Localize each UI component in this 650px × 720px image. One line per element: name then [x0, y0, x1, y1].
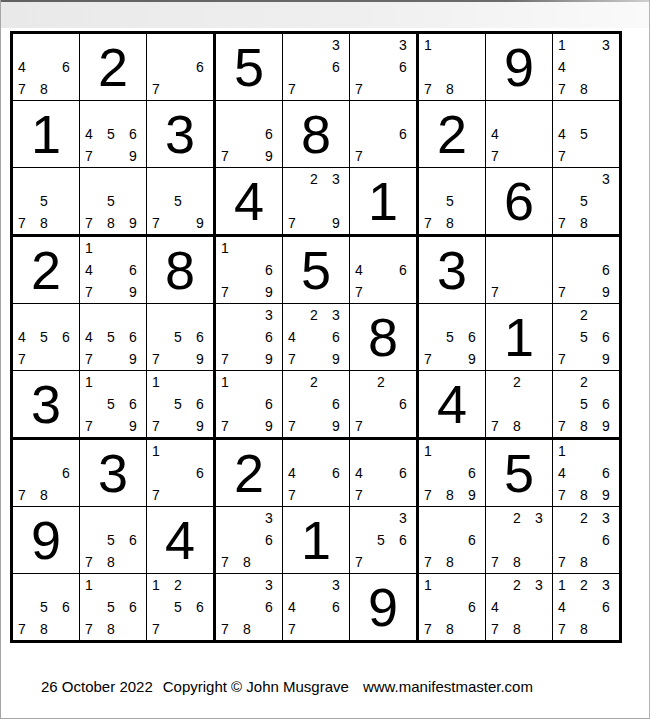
cell-r5c8[interactable]: 1: [486, 304, 553, 371]
pencil-slot-empty: [102, 281, 124, 303]
pencil-slot-empty: [238, 281, 260, 303]
pencil-slot-empty: [372, 415, 394, 437]
pencil-slot-empty: [13, 34, 35, 56]
pencil-mark: 1: [553, 440, 575, 462]
pencil-slot-empty: [372, 507, 394, 529]
pencil-slot-empty: [553, 190, 575, 212]
pencil-marks: 167: [147, 440, 213, 506]
cell-value: 5: [216, 34, 282, 100]
cell-r9c7[interactable]: 1678: [419, 574, 486, 640]
cell-value: 9: [486, 34, 552, 100]
pencil-marks: 15678: [80, 574, 146, 640]
pencil-slot-empty: [216, 393, 238, 415]
cell-r1c9[interactable]: 13478: [553, 34, 619, 101]
pencil-mark: 7: [147, 78, 169, 100]
cell-r7c2[interactable]: 3: [80, 440, 147, 507]
pencil-mark: 8: [441, 78, 463, 100]
pencil-marks: 579: [147, 168, 213, 234]
pencil-mark: 7: [283, 415, 305, 437]
pencil-mark: 7: [553, 484, 575, 506]
pencil-marks: 679: [216, 101, 282, 167]
pencil-slot-empty: [530, 123, 552, 145]
cell-r5c5[interactable]: 234679: [283, 304, 350, 371]
cell-r3c9[interactable]: 3578: [553, 168, 619, 237]
pencil-mark: 6: [260, 123, 282, 145]
cell-r2c6[interactable]: 67: [350, 101, 419, 168]
pencil-slot-empty: [553, 101, 575, 123]
pencil-mark: 6: [327, 56, 349, 78]
cell-r9c6[interactable]: 9: [350, 574, 419, 640]
cell-r4c6[interactable]: 467: [350, 237, 419, 304]
pencil-mark: 6: [191, 56, 213, 78]
pencil-slot-empty: [350, 34, 372, 56]
pencil-slot-empty: [350, 123, 372, 145]
pencil-slot-empty: [57, 78, 79, 100]
pencil-slot-empty: [530, 551, 552, 573]
pencil-mark: 6: [394, 393, 416, 415]
pencil-mark: 7: [283, 212, 305, 234]
pencil-slot-empty: [372, 484, 394, 506]
pencil-mark: 7: [486, 618, 508, 640]
pencil-slot-empty: [238, 371, 260, 393]
pencil-slot-empty: [80, 596, 102, 618]
pencil-slot-empty: [169, 484, 191, 506]
pencil-slot-empty: [441, 440, 463, 462]
cell-r8c6[interactable]: 3567: [350, 507, 419, 574]
cell-r6c2[interactable]: 15679: [80, 371, 147, 440]
cell-r6c1[interactable]: 3: [13, 371, 80, 440]
cell-r6c9[interactable]: 256789: [553, 371, 619, 440]
pencil-slot-empty: [419, 56, 441, 78]
cell-r1c4[interactable]: 5: [216, 34, 283, 101]
cell-r4c1[interactable]: 2: [13, 237, 80, 304]
cell-r4c9[interactable]: 679: [553, 237, 619, 304]
pencil-mark: 1: [147, 440, 169, 462]
pencil-slot-empty: [169, 415, 191, 437]
pencil-slot-empty: [441, 168, 463, 190]
cell-r3c7[interactable]: 578: [419, 168, 486, 237]
pencil-slot-empty: [191, 34, 213, 56]
cell-r2c9[interactable]: 457: [553, 101, 619, 168]
cell-r9c5[interactable]: 3467: [283, 574, 350, 640]
pencil-marks: 14679: [80, 237, 146, 303]
pencil-mark: 9: [191, 348, 213, 370]
pencil-mark: 6: [260, 326, 282, 348]
pencil-slot-empty: [216, 529, 238, 551]
cell-value: 3: [419, 237, 485, 303]
cell-r4c4[interactable]: 1679: [216, 237, 283, 304]
cell-r1c2[interactable]: 2: [80, 34, 147, 101]
pencil-slot-empty: [238, 348, 260, 370]
pencil-marks: 23478: [486, 574, 552, 640]
pencil-slot-empty: [327, 371, 349, 393]
cell-r7c5[interactable]: 467: [283, 440, 350, 507]
pencil-slot-empty: [575, 462, 597, 484]
pencil-mark: 9: [124, 415, 146, 437]
pencil-slot-empty: [191, 78, 213, 100]
cell-r8c3[interactable]: 4: [147, 507, 216, 574]
pencil-slot-empty: [327, 78, 349, 100]
cell-r2c7[interactable]: 2: [419, 101, 486, 168]
pencil-mark: 6: [124, 596, 146, 618]
pencil-mark: 7: [80, 212, 102, 234]
pencil-mark: 1: [80, 574, 102, 596]
pencil-slot-empty: [260, 618, 282, 640]
cell-r3c3[interactable]: 579: [147, 168, 216, 237]
cell-r9c2[interactable]: 15678: [80, 574, 147, 640]
cell-r1c3[interactable]: 67: [147, 34, 216, 101]
pencil-marks: 678: [419, 507, 485, 573]
pencil-slot-empty: [260, 237, 282, 259]
cell-value: 2: [80, 34, 146, 100]
pencil-mark: 1: [147, 371, 169, 393]
pencil-mark: 6: [124, 529, 146, 551]
cell-r7c1[interactable]: 678: [13, 440, 80, 507]
pencil-mark: 6: [124, 259, 146, 281]
cell-r3c2[interactable]: 5789: [80, 168, 147, 237]
pencil-slot-empty: [102, 101, 124, 123]
pencil-slot-empty: [216, 259, 238, 281]
pencil-mark: 7: [147, 348, 169, 370]
pencil-mark: 5: [102, 123, 124, 145]
pencil-marks: 15679: [80, 371, 146, 437]
pencil-slot-empty: [350, 507, 372, 529]
pencil-slot-empty: [372, 440, 394, 462]
cell-r2c8[interactable]: 47: [486, 101, 553, 168]
pencil-mark: 6: [463, 529, 485, 551]
pencil-slot-empty: [486, 507, 508, 529]
cell-r8c7[interactable]: 678: [419, 507, 486, 574]
pencil-mark: 4: [13, 326, 35, 348]
cell-r5c7[interactable]: 5679: [419, 304, 486, 371]
pencil-slot-empty: [305, 348, 327, 370]
cell-r7c6[interactable]: 467: [350, 440, 419, 507]
pencil-mark: 7: [350, 484, 372, 506]
pencil-mark: 3: [327, 34, 349, 56]
cell-r7c3[interactable]: 167: [147, 440, 216, 507]
pencil-slot-empty: [216, 326, 238, 348]
pencil-slot-empty: [216, 123, 238, 145]
pencil-mark: 8: [575, 78, 597, 100]
pencil-slot-empty: [350, 101, 372, 123]
pencil-mark: 6: [463, 326, 485, 348]
pencil-slot-empty: [372, 281, 394, 303]
pencil-marks: 367: [350, 34, 416, 100]
pencil-mark: 9: [260, 281, 282, 303]
cell-r6c8[interactable]: 278: [486, 371, 553, 440]
pencil-mark: 3: [530, 507, 552, 529]
pencil-marks: 256789: [553, 371, 619, 437]
pencil-slot-empty: [191, 190, 213, 212]
pencil-slot-empty: [283, 440, 305, 462]
cell-value: 8: [147, 237, 213, 303]
pencil-slot-empty: [147, 34, 169, 56]
pencil-marks: 267: [350, 371, 416, 437]
pencil-slot-empty: [283, 304, 305, 326]
pencil-slot-empty: [597, 101, 619, 123]
cell-r3c5[interactable]: 2379: [283, 168, 350, 237]
pencil-slot-empty: [35, 574, 57, 596]
cell-r3c8[interactable]: 6: [486, 168, 553, 237]
pencil-mark: 6: [124, 123, 146, 145]
pencil-slot-empty: [394, 415, 416, 437]
cell-r5c4[interactable]: 3679: [216, 304, 283, 371]
pencil-slot-empty: [169, 462, 191, 484]
pencil-mark: 6: [597, 326, 619, 348]
pencil-slot-empty: [124, 551, 146, 573]
cell-r6c5[interactable]: 2679: [283, 371, 350, 440]
pencil-slot-empty: [394, 484, 416, 506]
pencil-marks: 7: [486, 237, 552, 303]
cell-r4c5[interactable]: 5: [283, 237, 350, 304]
pencil-slot-empty: [350, 371, 372, 393]
cell-r9c3[interactable]: 12567: [147, 574, 216, 640]
pencil-slot-empty: [530, 371, 552, 393]
pencil-marks: 367: [283, 34, 349, 100]
pencil-slot-empty: [463, 78, 485, 100]
pencil-slot-empty: [508, 596, 530, 618]
pencil-mark: 2: [575, 507, 597, 529]
cell-r2c3[interactable]: 3: [147, 101, 216, 168]
pencil-marks: 278: [486, 371, 552, 437]
pencil-mark: 1: [419, 440, 441, 462]
pencil-slot-empty: [597, 304, 619, 326]
pencil-slot-empty: [305, 484, 327, 506]
cell-r7c8[interactable]: 5: [486, 440, 553, 507]
pencil-marks: 5679: [419, 304, 485, 370]
cell-r9c8[interactable]: 23478: [486, 574, 553, 640]
pencil-mark: 7: [147, 618, 169, 640]
pencil-slot-empty: [441, 56, 463, 78]
pencil-slot-empty: [486, 393, 508, 415]
pencil-slot-empty: [102, 507, 124, 529]
pencil-slot-empty: [13, 304, 35, 326]
pencil-slot-empty: [35, 348, 57, 370]
cell-r5c6[interactable]: 8: [350, 304, 419, 371]
pencil-slot-empty: [124, 507, 146, 529]
pencil-mark: 4: [553, 596, 575, 618]
pencil-slot-empty: [147, 462, 169, 484]
pencil-slot-empty: [13, 440, 35, 462]
pencil-slot-empty: [530, 393, 552, 415]
pencil-marks: 467: [283, 440, 349, 506]
pencil-mark: 7: [80, 618, 102, 640]
cell-r8c4[interactable]: 3678: [216, 507, 283, 574]
pencil-mark: 7: [553, 281, 575, 303]
pencil-mark: 3: [394, 34, 416, 56]
cell-r4c2[interactable]: 14679: [80, 237, 147, 304]
pencil-mark: 5: [102, 326, 124, 348]
pencil-slot-empty: [169, 78, 191, 100]
pencil-marks: 3567: [350, 507, 416, 573]
footer-date: 26 October 2022: [41, 678, 153, 695]
cell-r5c3[interactable]: 5679: [147, 304, 216, 371]
pencil-mark: 1: [553, 574, 575, 596]
pencil-marks: 4567: [13, 304, 79, 370]
pencil-slot-empty: [394, 371, 416, 393]
cell-value: 2: [419, 101, 485, 167]
pencil-mark: 9: [597, 415, 619, 437]
pencil-marks: 467: [350, 237, 416, 303]
cell-r8c8[interactable]: 2378: [486, 507, 553, 574]
footer-copyright: Copyright © John Musgrave: [163, 678, 349, 695]
cell-value: 2: [13, 237, 79, 303]
pencil-mark: 5: [102, 596, 124, 618]
pencil-mark: 6: [327, 596, 349, 618]
cell-r6c3[interactable]: 15679: [147, 371, 216, 440]
pencil-slot-empty: [191, 574, 213, 596]
pencil-slot-empty: [35, 56, 57, 78]
pencil-slot-empty: [508, 529, 530, 551]
cell-r2c2[interactable]: 45679: [80, 101, 147, 168]
pencil-slot-empty: [350, 529, 372, 551]
pencil-slot-empty: [463, 190, 485, 212]
cell-r3c4[interactable]: 4: [216, 168, 283, 237]
cell-r1c6[interactable]: 367: [350, 34, 419, 101]
cell-r7c7[interactable]: 16789: [419, 440, 486, 507]
cell-r7c4[interactable]: 2: [216, 440, 283, 507]
pencil-slot-empty: [147, 326, 169, 348]
pencil-slot-empty: [575, 145, 597, 167]
pencil-mark: 6: [463, 596, 485, 618]
pencil-slot-empty: [508, 237, 530, 259]
pencil-mark: 1: [147, 574, 169, 596]
pencil-mark: 7: [419, 551, 441, 573]
cell-r6c6[interactable]: 267: [350, 371, 419, 440]
pencil-slot-empty: [191, 618, 213, 640]
cell-r9c1[interactable]: 5678: [13, 574, 80, 640]
pencil-marks: 2379: [283, 168, 349, 234]
pencil-mark: 7: [147, 212, 169, 234]
pencil-slot-empty: [124, 304, 146, 326]
pencil-slot-empty: [463, 212, 485, 234]
pencil-slot-empty: [147, 596, 169, 618]
pencil-marks: 45679: [80, 101, 146, 167]
pencil-mark: 7: [13, 484, 35, 506]
cell-r1c1[interactable]: 4678: [13, 34, 80, 101]
pencil-slot-empty: [463, 551, 485, 573]
cell-r4c8[interactable]: 7: [486, 237, 553, 304]
pencil-mark: 4: [80, 123, 102, 145]
cell-r8c9[interactable]: 23678: [553, 507, 619, 574]
pencil-mark: 5: [102, 529, 124, 551]
cell-r6c7[interactable]: 4: [419, 371, 486, 440]
pencil-mark: 5: [441, 190, 463, 212]
pencil-mark: 8: [238, 618, 260, 640]
pencil-mark: 9: [327, 348, 349, 370]
pencil-slot-empty: [305, 393, 327, 415]
pencil-slot-empty: [80, 507, 102, 529]
cell-r5c9[interactable]: 25679: [553, 304, 619, 371]
cell-r2c4[interactable]: 679: [216, 101, 283, 168]
pencil-mark: 4: [283, 462, 305, 484]
pencil-slot-empty: [124, 101, 146, 123]
cell-r2c5[interactable]: 8: [283, 101, 350, 168]
pencil-slot-empty: [147, 393, 169, 415]
cell-r1c7[interactable]: 178: [419, 34, 486, 101]
cell-r3c6[interactable]: 1: [350, 168, 419, 237]
pencil-slot-empty: [508, 281, 530, 303]
pencil-slot-empty: [530, 529, 552, 551]
pencil-mark: 8: [508, 618, 530, 640]
pencil-slot-empty: [13, 168, 35, 190]
pencil-mark: 7: [486, 551, 508, 573]
pencil-slot-empty: [597, 618, 619, 640]
pencil-slot-empty: [305, 212, 327, 234]
cell-r2c1[interactable]: 1: [13, 101, 80, 168]
pencil-mark: 7: [216, 281, 238, 303]
pencil-slot-empty: [486, 371, 508, 393]
pencil-slot-empty: [463, 440, 485, 462]
pencil-slot-empty: [13, 462, 35, 484]
cell-r8c1[interactable]: 9: [13, 507, 80, 574]
pencil-mark: 7: [486, 281, 508, 303]
pencil-slot-empty: [13, 190, 35, 212]
cell-r6c4[interactable]: 1679: [216, 371, 283, 440]
pencil-mark: 9: [327, 415, 349, 437]
cell-value: 4: [147, 507, 213, 573]
pencil-marks: 2378: [486, 507, 552, 573]
pencil-slot-empty: [238, 507, 260, 529]
cell-value: 8: [283, 101, 349, 167]
pencil-mark: 8: [441, 618, 463, 640]
pencil-mark: 1: [553, 34, 575, 56]
pencil-slot-empty: [597, 78, 619, 100]
pencil-mark: 7: [80, 145, 102, 167]
pencil-mark: 8: [441, 551, 463, 573]
pencil-slot-empty: [216, 596, 238, 618]
pencil-slot-empty: [597, 190, 619, 212]
pencil-slot-empty: [463, 304, 485, 326]
cell-r1c8[interactable]: 9: [486, 34, 553, 101]
cell-r8c5[interactable]: 1: [283, 507, 350, 574]
pencil-slot-empty: [372, 462, 394, 484]
pencil-marks: 12567: [147, 574, 213, 640]
pencil-slot-empty: [372, 78, 394, 100]
pencil-slot-empty: [57, 34, 79, 56]
pencil-slot-empty: [419, 190, 441, 212]
cell-r3c1[interactable]: 578: [13, 168, 80, 237]
pencil-mark: 6: [327, 462, 349, 484]
cell-value: 1: [13, 101, 79, 167]
pencil-mark: 7: [216, 145, 238, 167]
cell-r4c3[interactable]: 8: [147, 237, 216, 304]
cell-r9c9[interactable]: 1234678: [553, 574, 619, 640]
cell-r4c7[interactable]: 3: [419, 237, 486, 304]
pencil-mark: 7: [216, 618, 238, 640]
pencil-slot-empty: [169, 440, 191, 462]
pencil-marks: 5678: [13, 574, 79, 640]
cell-r1c5[interactable]: 367: [283, 34, 350, 101]
pencil-mark: 7: [283, 618, 305, 640]
cell-r5c1[interactable]: 4567: [13, 304, 80, 371]
pencil-slot-empty: [305, 596, 327, 618]
cell-r7c9[interactable]: 146789: [553, 440, 619, 507]
pencil-slot-empty: [350, 393, 372, 415]
cell-value: 1: [350, 168, 416, 234]
cell-r5c2[interactable]: 45679: [80, 304, 147, 371]
pencil-mark: 6: [57, 462, 79, 484]
pencil-mark: 6: [327, 326, 349, 348]
pencil-mark: 8: [102, 618, 124, 640]
pencil-slot-empty: [80, 190, 102, 212]
cell-r8c2[interactable]: 5678: [80, 507, 147, 574]
cell-r9c4[interactable]: 3678: [216, 574, 283, 640]
pencil-slot-empty: [327, 484, 349, 506]
pencil-mark: 5: [575, 326, 597, 348]
pencil-mark: 7: [80, 348, 102, 370]
pencil-slot-empty: [169, 34, 191, 56]
